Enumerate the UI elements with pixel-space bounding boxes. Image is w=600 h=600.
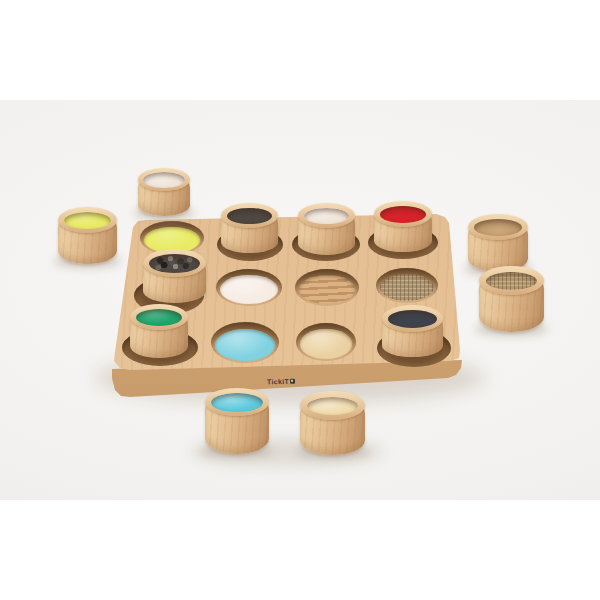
pot-rim xyxy=(468,214,528,240)
board-cell-row3-col2-recess xyxy=(211,322,279,363)
pot-rim xyxy=(205,388,269,416)
pot-insert-smooth-green xyxy=(136,309,182,326)
pot-insert-charcoal-felt xyxy=(388,310,437,328)
insert-white-sand xyxy=(220,275,278,304)
pot-insert-cream-sand xyxy=(307,397,358,415)
brand-logo-text: TickiT xyxy=(267,378,289,386)
insert-ridged-wood xyxy=(299,275,355,304)
pot-insert-black-gravel xyxy=(149,254,200,273)
pot-insert-hessian xyxy=(486,272,537,290)
pot-dark-grey-felt xyxy=(221,203,278,253)
board-cell-row2-col2-recess xyxy=(216,269,282,306)
pot-insert-turquoise-sand xyxy=(211,393,263,412)
pot-insert-empty-wood xyxy=(474,219,522,236)
insert-hessian xyxy=(380,274,435,301)
pot-rim xyxy=(138,168,190,191)
pot-insert-red-felt xyxy=(380,206,426,223)
pot-rim xyxy=(221,203,278,228)
pot-red-felt xyxy=(374,201,432,252)
pot-charcoal-felt xyxy=(382,305,443,357)
pot-white-sand xyxy=(298,203,355,255)
board-cell-row2-col4-recess xyxy=(376,268,438,303)
pot-rim xyxy=(479,266,544,295)
brand-logo-mark-icon xyxy=(290,379,295,384)
insert-turquoise-sand xyxy=(215,329,275,361)
pot-rim xyxy=(382,305,443,332)
pot-insert-white-sand xyxy=(304,208,349,224)
pot-cream-sand xyxy=(300,391,365,455)
board-cell-row2-col3-recess xyxy=(295,269,359,306)
pot-insert-smooth-yellow xyxy=(64,212,111,229)
pot-rim xyxy=(300,391,365,420)
pot-insert-dark-grey-felt xyxy=(227,208,272,224)
pot-rim xyxy=(58,207,117,233)
pot-turquoise-sand xyxy=(205,388,269,454)
pot-hessian xyxy=(479,266,544,332)
insert-natural-sand xyxy=(300,329,353,359)
board-cell-row3-col3-recess xyxy=(296,323,356,361)
pot-black-gravel xyxy=(143,249,206,303)
brand-logo: TickiT xyxy=(267,378,295,386)
pot-smooth-yellow xyxy=(58,207,117,264)
pot-rim xyxy=(298,203,355,228)
pot-rim xyxy=(143,249,206,277)
pot-empty-wood xyxy=(468,214,528,272)
pot-rim xyxy=(130,304,188,330)
pot-smooth-green xyxy=(130,304,188,358)
pot-rim xyxy=(374,201,432,227)
pot-insert-white-sand xyxy=(143,172,185,188)
pot-white-sand xyxy=(138,168,190,216)
